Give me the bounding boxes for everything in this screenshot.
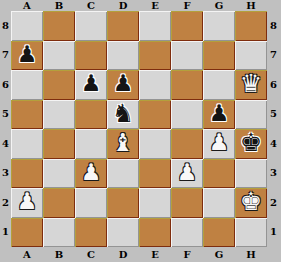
rank-label-right-6: 6 — [268, 70, 279, 100]
square-d4[interactable]: ♝ — [107, 129, 139, 159]
square-a6[interactable] — [11, 70, 43, 100]
file-label-bottom-c: C — [75, 249, 107, 260]
rank-label-right-1: 1 — [268, 218, 279, 248]
rank-label-left-3: 3 — [0, 159, 11, 189]
square-f3[interactable]: ♟ — [171, 159, 203, 189]
square-g1[interactable] — [203, 218, 235, 248]
piece-black-pawn[interactable]: ♟ — [209, 102, 230, 125]
rank-label-right-4: 4 — [268, 129, 279, 159]
file-label-bottom-a: A — [11, 249, 43, 260]
piece-white-bishop[interactable]: ♝ — [112, 130, 134, 155]
square-h8[interactable] — [235, 11, 267, 41]
file-label-top-a: A — [11, 0, 43, 11]
file-label-bottom-d: D — [107, 249, 139, 260]
file-label-bottom-e: E — [139, 249, 171, 260]
piece-black-knight[interactable]: ♞ — [112, 101, 134, 126]
square-h1[interactable] — [235, 218, 267, 248]
square-d8[interactable] — [107, 11, 139, 41]
rank-label-left-7: 7 — [0, 41, 11, 71]
square-d6[interactable]: ♟ — [107, 70, 139, 100]
square-f4[interactable] — [171, 129, 203, 159]
square-e5[interactable] — [139, 100, 171, 130]
square-g4[interactable]: ♟ — [203, 129, 235, 159]
rank-label-left-2: 2 — [0, 188, 11, 218]
square-f7[interactable] — [171, 41, 203, 71]
square-a1[interactable] — [11, 218, 43, 248]
square-f2[interactable] — [171, 188, 203, 218]
square-b6[interactable] — [43, 70, 75, 100]
square-a8[interactable] — [11, 11, 43, 41]
square-e4[interactable] — [139, 129, 171, 159]
piece-white-pawn[interactable]: ♟ — [209, 131, 230, 154]
square-e3[interactable] — [139, 159, 171, 189]
square-h6[interactable]: ♛ — [235, 70, 267, 100]
square-e6[interactable] — [139, 70, 171, 100]
square-h5[interactable] — [235, 100, 267, 130]
square-f5[interactable] — [171, 100, 203, 130]
square-e1[interactable] — [139, 218, 171, 248]
rank-label-right-8: 8 — [268, 11, 279, 41]
file-label-top-h: H — [235, 0, 267, 11]
square-b8[interactable] — [43, 11, 75, 41]
square-b2[interactable] — [43, 188, 75, 218]
file-label-top-f: F — [171, 0, 203, 11]
square-c1[interactable] — [75, 218, 107, 248]
square-g6[interactable] — [203, 70, 235, 100]
square-f6[interactable] — [171, 70, 203, 100]
piece-black-pawn[interactable]: ♟ — [113, 72, 134, 95]
piece-white-king[interactable]: ♚ — [240, 189, 262, 214]
square-h2[interactable]: ♚ — [235, 188, 267, 218]
square-c6[interactable]: ♟ — [75, 70, 107, 100]
piece-white-pawn[interactable]: ♟ — [81, 161, 102, 184]
square-f1[interactable] — [171, 218, 203, 248]
rank-label-right-3: 3 — [268, 159, 279, 189]
square-b1[interactable] — [43, 218, 75, 248]
piece-white-pawn[interactable]: ♟ — [177, 161, 198, 184]
square-a7[interactable]: ♟ — [11, 41, 43, 71]
file-label-bottom-g: G — [203, 249, 235, 260]
rank-label-left-4: 4 — [0, 129, 11, 159]
square-h7[interactable] — [235, 41, 267, 71]
rank-label-left-5: 5 — [0, 100, 11, 130]
square-c7[interactable] — [75, 41, 107, 71]
piece-white-queen[interactable]: ♛ — [240, 71, 262, 96]
square-c5[interactable] — [75, 100, 107, 130]
square-g7[interactable] — [203, 41, 235, 71]
square-d2[interactable] — [107, 188, 139, 218]
square-d1[interactable] — [107, 218, 139, 248]
piece-black-pawn[interactable]: ♟ — [81, 72, 102, 95]
square-c3[interactable]: ♟ — [75, 159, 107, 189]
square-b3[interactable] — [43, 159, 75, 189]
square-h3[interactable] — [235, 159, 267, 189]
chess-board-window: ABCDEFGH ABCDEFGH 87654321 87654321 ♟♟♟♛… — [0, 0, 281, 262]
square-b7[interactable] — [43, 41, 75, 71]
square-a2[interactable]: ♟ — [11, 188, 43, 218]
file-label-top-d: D — [107, 0, 139, 11]
square-d7[interactable] — [107, 41, 139, 71]
file-label-bottom-b: B — [43, 249, 75, 260]
file-label-top-g: G — [203, 0, 235, 11]
square-g8[interactable] — [203, 11, 235, 41]
square-g5[interactable]: ♟ — [203, 100, 235, 130]
rank-label-right-2: 2 — [268, 188, 279, 218]
square-d3[interactable] — [107, 159, 139, 189]
file-label-top-c: C — [75, 0, 107, 11]
square-c2[interactable] — [75, 188, 107, 218]
square-e7[interactable] — [139, 41, 171, 71]
square-g3[interactable] — [203, 159, 235, 189]
chess-board[interactable]: ♟♟♟♛♞♟♝♟♚♟♟♟♚ — [11, 11, 267, 247]
piece-white-pawn[interactable]: ♟ — [17, 190, 38, 213]
square-d5[interactable]: ♞ — [107, 100, 139, 130]
square-g2[interactable] — [203, 188, 235, 218]
piece-black-pawn[interactable]: ♟ — [17, 43, 38, 66]
square-e8[interactable] — [139, 11, 171, 41]
rank-label-left-8: 8 — [0, 11, 11, 41]
square-a5[interactable] — [11, 100, 43, 130]
square-b4[interactable] — [43, 129, 75, 159]
square-c4[interactable] — [75, 129, 107, 159]
square-e2[interactable] — [139, 188, 171, 218]
square-f8[interactable] — [171, 11, 203, 41]
square-a4[interactable] — [11, 129, 43, 159]
rank-label-left-1: 1 — [0, 218, 11, 248]
piece-black-king[interactable]: ♚ — [240, 130, 262, 155]
file-label-bottom-h: H — [235, 249, 267, 260]
square-b5[interactable] — [43, 100, 75, 130]
square-a3[interactable] — [11, 159, 43, 189]
rank-label-right-7: 7 — [268, 41, 279, 71]
rank-label-right-5: 5 — [268, 100, 279, 130]
file-label-bottom-f: F — [171, 249, 203, 260]
square-h4[interactable]: ♚ — [235, 129, 267, 159]
rank-label-left-6: 6 — [0, 70, 11, 100]
square-c8[interactable] — [75, 11, 107, 41]
file-label-top-e: E — [139, 0, 171, 11]
file-label-top-b: B — [43, 0, 75, 11]
